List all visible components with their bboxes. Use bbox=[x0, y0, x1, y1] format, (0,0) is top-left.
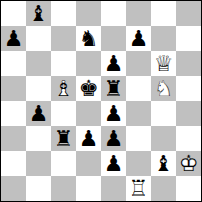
square-f6[interactable] bbox=[126, 51, 151, 76]
piece-white-queen: ♕ bbox=[151, 51, 176, 76]
square-c4[interactable] bbox=[51, 101, 76, 126]
square-d7[interactable]: ♞ bbox=[76, 26, 101, 51]
square-b7[interactable] bbox=[26, 26, 51, 51]
square-d1[interactable] bbox=[76, 176, 101, 201]
square-e8[interactable] bbox=[101, 1, 126, 26]
square-f4[interactable] bbox=[126, 101, 151, 126]
piece-black-pawn: ♟ bbox=[101, 51, 126, 76]
square-a5[interactable] bbox=[1, 76, 26, 101]
piece-white-king: ♔ bbox=[176, 151, 201, 176]
square-e5[interactable]: ♜ bbox=[101, 76, 126, 101]
square-g2[interactable]: ♝ bbox=[151, 151, 176, 176]
square-c8[interactable] bbox=[51, 1, 76, 26]
square-g8[interactable] bbox=[151, 1, 176, 26]
piece-black-pawn: ♟ bbox=[26, 101, 51, 126]
square-h8[interactable] bbox=[176, 1, 201, 26]
square-h4[interactable] bbox=[176, 101, 201, 126]
piece-black-pawn: ♟ bbox=[76, 126, 101, 151]
square-a3[interactable] bbox=[1, 126, 26, 151]
square-g4[interactable] bbox=[151, 101, 176, 126]
square-e1[interactable] bbox=[101, 176, 126, 201]
square-c3[interactable]: ♜ bbox=[51, 126, 76, 151]
square-b3[interactable] bbox=[26, 126, 51, 151]
square-g3[interactable] bbox=[151, 126, 176, 151]
piece-black-rook: ♜ bbox=[101, 76, 126, 101]
square-g5[interactable]: ♞♘ bbox=[151, 76, 176, 101]
square-a4[interactable] bbox=[1, 101, 26, 126]
square-b6[interactable] bbox=[26, 51, 51, 76]
piece-black-rook: ♜ bbox=[51, 126, 76, 151]
square-b1[interactable] bbox=[26, 176, 51, 201]
square-e4[interactable]: ♟ bbox=[101, 101, 126, 126]
square-c7[interactable] bbox=[51, 26, 76, 51]
square-d4[interactable] bbox=[76, 101, 101, 126]
piece-white-bishop: ♗ bbox=[51, 76, 76, 101]
piece-white-knight: ♘ bbox=[151, 76, 176, 101]
square-e7[interactable] bbox=[101, 26, 126, 51]
square-e3[interactable]: ♟ bbox=[101, 126, 126, 151]
square-d8[interactable] bbox=[76, 1, 101, 26]
square-c5[interactable]: ♝♗ bbox=[51, 76, 76, 101]
piece-black-pawn: ♟ bbox=[1, 26, 26, 51]
chess-board: ♝♟♞♟♟♛♕♝♗♚♜♞♘♟♟♜♟♟♟♝♚♔♜♖ bbox=[0, 0, 202, 202]
square-d6[interactable] bbox=[76, 51, 101, 76]
square-f7[interactable]: ♟ bbox=[126, 26, 151, 51]
piece-black-pawn: ♟ bbox=[101, 126, 126, 151]
square-e6[interactable]: ♟ bbox=[101, 51, 126, 76]
square-c6[interactable] bbox=[51, 51, 76, 76]
square-b4[interactable]: ♟ bbox=[26, 101, 51, 126]
square-c1[interactable] bbox=[51, 176, 76, 201]
square-f5[interactable] bbox=[126, 76, 151, 101]
square-a2[interactable] bbox=[1, 151, 26, 176]
piece-black-bishop: ♝ bbox=[151, 151, 176, 176]
square-g7[interactable] bbox=[151, 26, 176, 51]
square-a8[interactable] bbox=[1, 1, 26, 26]
square-h1[interactable] bbox=[176, 176, 201, 201]
square-h2[interactable]: ♚♔ bbox=[176, 151, 201, 176]
square-f1[interactable]: ♜♖ bbox=[126, 176, 151, 201]
square-h7[interactable] bbox=[176, 26, 201, 51]
square-b5[interactable] bbox=[26, 76, 51, 101]
square-e2[interactable]: ♟ bbox=[101, 151, 126, 176]
chess-diagram: ♝♟♞♟♟♛♕♝♗♚♜♞♘♟♟♜♟♟♟♝♚♔♜♖ bbox=[0, 0, 202, 202]
piece-black-pawn: ♟ bbox=[126, 26, 151, 51]
square-h5[interactable] bbox=[176, 76, 201, 101]
square-d2[interactable] bbox=[76, 151, 101, 176]
square-b8[interactable]: ♝ bbox=[26, 1, 51, 26]
square-h6[interactable] bbox=[176, 51, 201, 76]
piece-black-king: ♚ bbox=[76, 76, 101, 101]
square-d3[interactable]: ♟ bbox=[76, 126, 101, 151]
piece-black-pawn: ♟ bbox=[101, 151, 126, 176]
square-f8[interactable] bbox=[126, 1, 151, 26]
square-c2[interactable] bbox=[51, 151, 76, 176]
square-f2[interactable] bbox=[126, 151, 151, 176]
square-g6[interactable]: ♛♕ bbox=[151, 51, 176, 76]
piece-black-pawn: ♟ bbox=[101, 101, 126, 126]
square-a7[interactable]: ♟ bbox=[1, 26, 26, 51]
square-a1[interactable] bbox=[1, 176, 26, 201]
piece-white-rook: ♖ bbox=[126, 176, 151, 201]
square-f3[interactable] bbox=[126, 126, 151, 151]
square-a6[interactable] bbox=[1, 51, 26, 76]
square-g1[interactable] bbox=[151, 176, 176, 201]
piece-black-bishop: ♝ bbox=[26, 1, 51, 26]
square-b2[interactable] bbox=[26, 151, 51, 176]
piece-black-knight: ♞ bbox=[76, 26, 101, 51]
square-h3[interactable] bbox=[176, 126, 201, 151]
square-d5[interactable]: ♚ bbox=[76, 76, 101, 101]
